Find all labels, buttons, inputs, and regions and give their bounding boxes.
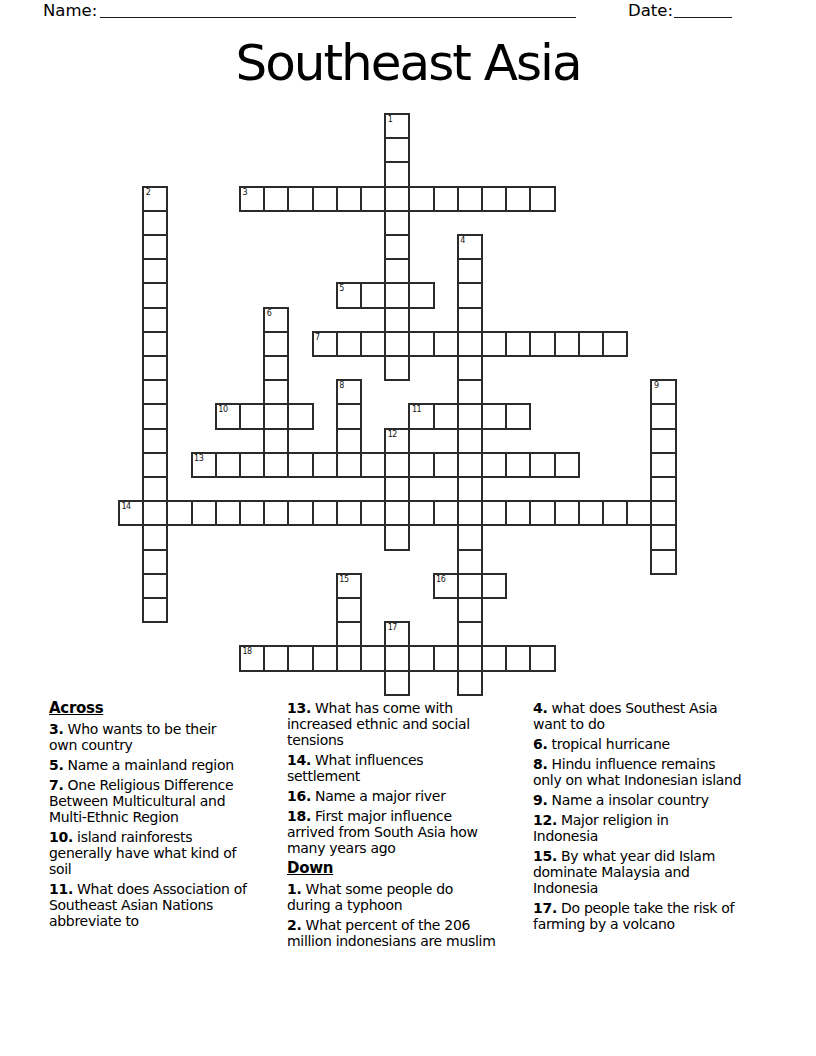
grid-cell[interactable] [142,331,168,357]
grid-cell[interactable] [239,452,265,478]
grid-cell[interactable] [554,331,580,357]
name-blank-line[interactable] [100,3,576,18]
grid-cell[interactable] [142,379,168,405]
grid-cell[interactable] [384,500,410,526]
grid-cell[interactable] [336,621,362,647]
grid-cell[interactable] [505,452,531,478]
clue-item: 13. What has come with increased ethnic … [287,700,539,748]
grid-cell[interactable] [481,331,507,357]
grid-cell[interactable] [505,645,531,671]
grid-cell[interactable] [602,500,628,526]
grid-cell[interactable] [433,331,459,357]
grid-cell[interactable] [142,476,168,502]
clue-item: 17. Do people take the risk of farming b… [533,900,785,932]
grid-cell[interactable] [529,331,555,357]
grid-cell[interactable] [408,331,434,357]
cell-number: 18 [243,647,252,656]
grid-cell[interactable]: 7 [312,331,338,357]
clue-column-left: Across3. Who wants to be their own count… [49,700,301,933]
grid-cell[interactable] [239,403,265,429]
grid-cell[interactable] [287,186,313,212]
grid-cell[interactable] [457,452,483,478]
grid-cell[interactable]: 8 [336,379,362,405]
grid-cell[interactable] [650,549,676,575]
grid-cell[interactable] [263,428,289,454]
grid-cell[interactable] [505,331,531,357]
grid-cell[interactable] [481,645,507,671]
grid-cell[interactable] [312,645,338,671]
grid-cell[interactable] [312,186,338,212]
grid-cell[interactable] [529,186,555,212]
grid-cell[interactable] [384,307,410,333]
grid-cell[interactable] [554,452,580,478]
grid-cell[interactable] [578,500,604,526]
grid-cell[interactable] [142,210,168,236]
cell-number: 13 [194,454,203,463]
cell-number: 6 [267,309,272,318]
clue-text: By what year did Islam dominate Malaysia… [533,848,715,896]
grid-cell[interactable] [408,452,434,478]
clue-item: 18. First major influence arrived from S… [287,808,539,856]
cell-number: 14 [122,502,131,511]
grid-cell[interactable] [287,403,313,429]
clue-text: what does Southest Asia want to do [533,700,717,732]
clue-number: 2. [287,917,301,933]
grid-cell[interactable] [336,331,362,357]
clue-number: 6. [533,736,547,752]
clue-number: 5. [49,757,63,773]
grid-cell[interactable] [578,331,604,357]
grid-cell[interactable] [360,186,386,212]
grid-cell[interactable] [142,549,168,575]
grid-cell[interactable] [650,428,676,454]
grid-cell[interactable] [263,452,289,478]
grid-cell[interactable]: 6 [263,307,289,333]
grid-cell[interactable]: 12 [384,428,410,454]
grid-cell[interactable] [336,597,362,623]
grid-cell[interactable] [457,307,483,333]
clue-text: First major influence arrived from South… [287,808,478,856]
cell-number: 5 [339,284,344,293]
clue-text: Name a mainland region [63,757,233,773]
clue-text: tropical hurricane [547,736,669,752]
cell-number: 2 [146,188,151,197]
grid-cell[interactable] [384,476,410,502]
grid-cell[interactable] [408,645,434,671]
grid-cell[interactable] [481,186,507,212]
grid-cell[interactable] [384,282,410,308]
grid-cell[interactable]: 15 [336,573,362,599]
clue-item: 15. By what year did Islam dominate Mala… [533,848,785,896]
grid-cell[interactable]: 2 [142,186,168,212]
clue-number: 7. [49,777,63,793]
grid-cell[interactable] [384,645,410,671]
grid-cell[interactable] [457,597,483,623]
grid-cell[interactable] [384,186,410,212]
grid-cell[interactable] [263,379,289,405]
grid-cell[interactable] [336,452,362,478]
clue-item: 6. tropical hurricane [533,736,785,752]
grid-cell[interactable] [360,452,386,478]
grid-cell[interactable] [505,500,531,526]
grid-cell[interactable] [457,331,483,357]
grid-cell[interactable] [529,500,555,526]
grid-cell[interactable] [457,355,483,381]
clue-text: What does Association of Southeast Asian… [49,881,247,929]
clue-number: 11. [49,881,73,897]
grid-cell[interactable]: 14 [118,500,144,526]
grid-cell[interactable] [360,645,386,671]
clue-number: 12. [533,812,557,828]
cell-number: 17 [388,623,397,632]
grid-cell[interactable] [481,403,507,429]
clue-number: 15. [533,848,557,864]
grid-cell[interactable] [408,282,434,308]
grid-cell[interactable] [312,452,338,478]
grid-cell[interactable] [263,186,289,212]
grid-cell[interactable] [384,210,410,236]
grid-cell[interactable] [457,379,483,405]
clue-number: 3. [49,721,63,737]
grid-cell[interactable] [336,500,362,526]
clue-number: 10. [49,829,73,845]
grid-cell[interactable] [263,403,289,429]
grid-cell[interactable]: 1 [384,113,410,139]
clue-text: Do people take the risk of farming by a … [533,900,734,932]
clue-number: 13. [287,700,311,716]
grid-cell[interactable] [263,645,289,671]
clue-item: 10. island rainforests generally have wh… [49,829,301,877]
cell-number: 9 [654,381,659,390]
grid-cell[interactable] [457,476,483,502]
grid-cell[interactable] [142,307,168,333]
crossword-worksheet: { "game": "crossword", "header": { "name… [0,0,816,1056]
clue-number: 17. [533,900,557,916]
grid-cell[interactable] [384,355,410,381]
grid-cell[interactable] [433,186,459,212]
cell-number: 12 [388,430,397,439]
grid-cell[interactable] [505,186,531,212]
cell-number: 16 [436,575,445,584]
clue-item: 4. what does Southest Asia want to do [533,700,785,732]
grid-cell[interactable] [650,452,676,478]
grid-cell[interactable] [142,234,168,260]
date-label: Date: [628,2,673,20]
clue-number: 14. [287,752,311,768]
grid-cell[interactable] [626,500,652,526]
clue-item: 8. Hindu influence remains only on what … [533,756,785,788]
grid-cell[interactable] [481,500,507,526]
grid-cell[interactable] [142,597,168,623]
grid-cell[interactable] [142,258,168,284]
grid-cell[interactable] [384,331,410,357]
clue-item: 12. Major religion in Indonesia [533,812,785,844]
grid-cell[interactable] [408,186,434,212]
grid-cell[interactable] [481,573,507,599]
clue-text: Who wants to be their own country [49,721,216,753]
cell-number: 3 [243,188,248,197]
grid-cell[interactable] [384,670,410,696]
across-header: Across [49,700,301,716]
grid-cell[interactable] [360,500,386,526]
grid-cell[interactable] [457,186,483,212]
grid-cell[interactable] [457,621,483,647]
grid-cell[interactable] [142,500,168,526]
cell-number: 8 [339,381,344,390]
clue-number: 1. [287,881,301,897]
grid-cell[interactable] [287,645,313,671]
grid-cell[interactable] [239,500,265,526]
grid-cell[interactable] [360,282,386,308]
grid-cell[interactable]: 13 [191,452,217,478]
grid-cell[interactable] [602,331,628,357]
grid-cell[interactable] [384,137,410,163]
cell-number: 15 [339,575,348,584]
clue-number: 18. [287,808,311,824]
grid-cell[interactable] [457,258,483,284]
grid-cell[interactable] [142,282,168,308]
grid-cell[interactable] [650,476,676,502]
grid-cell[interactable]: 3 [239,186,265,212]
clue-number: 9. [533,792,547,808]
grid-cell[interactable] [191,500,217,526]
clue-text: Name a major river [311,788,446,804]
grid-cell[interactable] [263,331,289,357]
grid-cell[interactable] [433,403,459,429]
clue-item: 1. What some people do during a typhoon [287,881,539,913]
grid-cell[interactable] [336,186,362,212]
cell-number: 1 [388,115,393,124]
grid-cell[interactable] [481,452,507,478]
grid-cell[interactable] [384,524,410,550]
grid-cell[interactable] [360,331,386,357]
clue-text: What percent of the 206 million indonesi… [287,917,495,949]
grid-cell[interactable] [384,234,410,260]
grid-cell[interactable] [287,452,313,478]
clue-item: 14. What influences settlement [287,752,539,784]
cell-number: 10 [218,405,227,414]
down-header: Down [287,860,539,876]
grid-cell[interactable] [142,452,168,478]
clue-item: 11. What does Association of Southeast A… [49,881,301,929]
grid-cell[interactable] [336,428,362,454]
grid-cell[interactable] [142,355,168,381]
grid-cell[interactable] [457,524,483,550]
grid-cell[interactable] [529,645,555,671]
clue-item: 2. What percent of the 206 million indon… [287,917,539,949]
cell-number: 7 [315,333,320,342]
grid-cell[interactable] [142,428,168,454]
clue-column-middle: 13. What has come with increased ethnic … [287,700,539,953]
grid-cell[interactable]: 9 [650,379,676,405]
puzzle-title: Southeast Asia [0,36,816,90]
grid-cell[interactable] [384,452,410,478]
grid-cell[interactable] [384,258,410,284]
grid-cell[interactable] [263,355,289,381]
crossword-grid: 123456789101112131415161718 [118,113,675,694]
clue-item: 7. One Religious Difference Between Mult… [49,777,301,825]
grid-cell[interactable]: 16 [433,573,459,599]
grid-cell[interactable] [336,645,362,671]
clue-item: 16. Name a major river [287,788,539,804]
clue-text: Hindu influence remains only on what Ind… [533,756,741,788]
grid-cell[interactable] [336,403,362,429]
grid-cell[interactable] [529,452,555,478]
cell-number: 11 [412,405,421,414]
grid-cell[interactable] [457,573,483,599]
grid-cell[interactable] [457,500,483,526]
clue-text: island rainforests generally have what k… [49,829,236,877]
grid-cell[interactable] [505,403,531,429]
clue-text: Name a insolar country [547,792,708,808]
grid-cell[interactable]: 5 [336,282,362,308]
clue-item: 5. Name a mainland region [49,757,301,773]
grid-cell[interactable] [457,428,483,454]
name-label: Name: [43,2,97,20]
grid-cell[interactable]: 10 [215,403,241,429]
grid-cell[interactable] [384,161,410,187]
grid-cell[interactable] [433,452,459,478]
clue-item: 3. Who wants to be their own country [49,721,301,753]
grid-cell[interactable] [433,645,459,671]
clue-text: One Religious Difference Between Multicu… [49,777,233,825]
grid-cell[interactable] [166,500,192,526]
grid-cell[interactable] [215,500,241,526]
grid-cell[interactable] [457,549,483,575]
grid-cell[interactable]: 17 [384,621,410,647]
grid-cell[interactable] [142,403,168,429]
cell-number: 4 [460,236,465,245]
clue-number: 16. [287,788,311,804]
clue-number: 4. [533,700,547,716]
grid-cell[interactable]: 18 [239,645,265,671]
grid-cell[interactable] [554,500,580,526]
grid-cell[interactable] [457,282,483,308]
date-blank-line[interactable] [674,3,732,18]
grid-cell[interactable] [215,452,241,478]
grid-cell[interactable] [287,500,313,526]
grid-cell[interactable] [142,573,168,599]
grid-cell[interactable] [408,500,434,526]
clue-item: 9. Name a insolar country [533,792,785,808]
grid-cell[interactable] [433,500,459,526]
grid-cell[interactable]: 11 [408,403,434,429]
grid-cell[interactable] [312,500,338,526]
grid-cell[interactable] [457,403,483,429]
clue-text: What some people do during a typhoon [287,881,453,913]
grid-cell[interactable] [650,403,676,429]
grid-cell[interactable] [457,670,483,696]
grid-cell[interactable] [650,524,676,550]
grid-cell[interactable]: 4 [457,234,483,260]
grid-cell[interactable] [263,500,289,526]
grid-cell[interactable] [457,645,483,671]
grid-cell[interactable] [142,524,168,550]
grid-cell[interactable] [650,500,676,526]
clue-number: 8. [533,756,547,772]
clue-text: What has come with increased ethnic and … [287,700,470,748]
clue-column-right: 4. what does Southest Asia want to do6. … [533,700,785,936]
